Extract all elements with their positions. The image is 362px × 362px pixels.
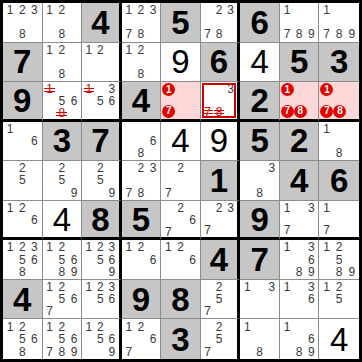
given-digit: 8 [161,280,200,319]
cell-r4c1[interactable]: 16 [3,122,43,162]
candidate: 1 [7,321,14,333]
candidate: 1 [46,4,53,16]
cell-r5c4[interactable]: 2378 [122,161,162,201]
candidate: 3 [227,202,234,214]
cell-r1c9[interactable]: 1789 [319,3,359,43]
pencil-marks: 136 [281,281,318,318]
candidate: 6 [31,333,38,345]
pm-slot: 3 [305,241,317,253]
cell-r2c9[interactable]: 3 [319,43,359,83]
candidate: 9 [109,187,116,199]
pm-slot: 6 [106,95,118,107]
cell-r6c1[interactable]: 126 [3,201,43,241]
candidate: 1 [7,123,14,135]
pm-slot: 2 [16,4,28,16]
pm-slot: 2 [56,241,68,253]
pm-slot: 9 [68,187,80,199]
cell-r4c3[interactable]: 7 [82,122,122,162]
pencil-marks: 267 [162,202,199,237]
cell-r2c6[interactable]: 6 [201,43,241,83]
pm-slot: 7 [320,224,333,236]
pm-slot: 1 [83,83,95,95]
cell-r5c6[interactable]: 1 [201,161,241,201]
candidate: 5 [19,174,26,186]
pencil-marks: 38 [241,162,278,199]
pencil-marks: 12378 [123,4,160,41]
pm-slot: 1 [123,4,135,16]
candidate: 8 [138,147,145,159]
cell-r4c5[interactable]: 4 [161,122,201,162]
candidate: 8 [19,346,26,358]
candidate: 6 [109,95,116,107]
candidate: 5 [97,254,104,266]
pm-slot: 1 [241,281,253,293]
candidate: 9 [109,266,116,278]
candidate: 3 [308,202,315,214]
candidate: 6 [150,135,157,147]
pm-slot: 2 [213,320,225,333]
cell-r6c7[interactable]: 9 [240,201,280,241]
cell-r2c2[interactable]: 128 [43,43,83,83]
pm-slot: 9 [345,28,358,40]
pencil-marks: 5618 [44,83,81,118]
pm-slot: 3 [28,241,40,253]
candidate: 2 [336,241,343,253]
given-digit: 6 [319,161,359,200]
solved-digit: 4 [319,319,359,359]
cell-r7c8[interactable]: 13689 [280,240,320,280]
pm-slot: 5 [16,254,28,266]
pm-slot: 8 [16,345,28,358]
cell-r1c7[interactable]: 6 [240,3,280,43]
eliminated-candidate: 8 [58,107,65,119]
pm-slot: 5 [95,293,107,305]
pm-slot: 7 [162,226,174,238]
cell-r7c4[interactable]: 126 [122,240,162,280]
cell-r9c2[interactable]: 1256789 [43,319,83,359]
given-digit: 4 [280,161,319,200]
pm-slot: 1 [44,83,56,95]
cell-r3c8[interactable]: 178 [280,82,320,122]
pm-slot: 3 [28,4,40,16]
pm-slot: 6 [187,214,199,226]
candidate: 6 [31,214,38,226]
candidate: 7 [323,28,330,40]
candidate: 1 [7,241,14,253]
candidate: 6 [189,254,196,266]
candidate: 2 [58,241,65,253]
pm-slot: 2 [135,320,147,333]
candidate: 8 [138,28,145,40]
pm-slot: 7 [202,106,214,118]
pencil-marks: 128 [44,4,81,41]
pm-slot: 1 [123,44,135,56]
pm-slot: 2 [135,162,147,174]
pencil-marks: 17 [320,202,358,237]
candidate: 8 [58,346,65,358]
pm-slot: 1 [44,4,56,16]
pm-slot: 7 [202,224,214,236]
pm-slot: 6 [68,95,80,107]
given-digit: 7 [82,122,119,161]
cell-r9c8[interactable]: 1689 [280,319,320,359]
candidate: 5 [97,95,104,107]
candidate: 2 [97,44,104,56]
candidate: 6 [109,254,116,266]
pm-slot: 3 [147,162,159,174]
cell-r7c7[interactable]: 7 [240,240,280,280]
cell-r9c9[interactable]: 4 [319,319,359,359]
pencil-marks: 13689 [281,241,318,278]
eliminated-candidate: 1 [46,83,53,95]
highlighted-candidate: 1 [320,83,333,96]
candidate: 7 [125,187,132,199]
given-digit: 7 [3,43,42,82]
pencil-marks: 18 [320,123,358,160]
candidate: 9 [308,28,315,40]
cell-r5c1[interactable]: 25 [3,161,43,201]
pm-slot: 6 [187,254,199,266]
candidate: 3 [31,241,38,253]
cell-r3c3[interactable]: 3561 [82,82,122,122]
cell-r4c6[interactable]: 9 [201,122,241,162]
pm-slot: 6 [147,254,159,266]
cell-r1c1[interactable]: 1238 [3,3,43,43]
candidate: 6 [109,293,116,305]
pencil-marks: 17 [162,83,199,118]
pm-slot: 6 [28,333,40,346]
candidate: 8 [58,28,65,40]
cell-r1c5[interactable]: 5 [161,3,201,43]
candidate: 3 [31,4,38,16]
cell-r3c4[interactable]: 4 [122,82,162,122]
pm-slot: 5 [95,333,107,346]
cell-r5c8[interactable]: 4 [280,161,320,201]
cell-r7c2[interactable]: 125689 [43,240,83,280]
candidate: 1 [125,4,132,16]
pencil-marks: 12356 [83,281,118,318]
candidate: 1 [46,44,53,56]
pm-slot: 7 [281,224,293,236]
cell-r9c5[interactable]: 3 [161,319,201,359]
cell-r2c1[interactable]: 7 [3,43,43,83]
cell-r6c2[interactable]: 4 [43,201,83,241]
cell-r7c6[interactable]: 4 [201,240,241,280]
pencil-marks: 378 [202,83,237,118]
cell-r9c4[interactable]: 1267 [122,319,162,359]
pencil-marks: 1789 [320,4,358,41]
candidate: 9 [71,266,78,278]
candidate: 6 [71,333,78,345]
cell-r1c6[interactable]: 2378 [201,3,241,43]
pm-slot: 1 [281,281,293,293]
cell-r1c4[interactable]: 12378 [122,3,162,43]
candidate: 3 [150,162,157,174]
cell-r4c4[interactable]: 68 [122,122,162,162]
candidate: 2 [138,162,145,174]
candidate: 3 [308,241,315,253]
pm-slot: 1 [162,83,175,96]
solved-digit: 4 [240,43,279,82]
candidate: 7 [204,305,211,317]
cell-r1c3[interactable]: 4 [82,3,122,43]
highlighted-candidate: 1 [162,83,175,96]
pm-slot: 8 [56,266,68,278]
candidate: 6 [150,333,157,345]
candidate: 6 [308,333,315,345]
candidate: 5 [216,333,223,345]
pm-slot: 1 [44,44,56,56]
candidate: 5 [58,174,65,186]
eliminated-candidate: 1 [86,83,93,95]
pm-slot: 2 [95,320,107,333]
pm-slot: 6 [147,333,159,346]
solved-digit: 9 [201,122,238,161]
cell-r8c4[interactable]: 9 [122,280,162,320]
cell-r3c7[interactable]: 2 [240,82,280,122]
candidate: 2 [58,321,65,333]
pm-slot: 3 [106,241,118,253]
pm-slot: 7 [44,345,56,358]
cell-r3c1[interactable]: 9 [3,82,43,122]
cell-r6c5[interactable]: 267 [161,201,201,241]
pm-slot: 8 [56,345,68,358]
candidate: 2 [97,321,104,333]
cell-r7c3[interactable]: 123569 [82,240,122,280]
pencil-marks: 68 [123,123,160,160]
pm-slot: 5 [95,174,107,186]
candidate: 5 [58,333,65,345]
cell-r5c5[interactable]: 27 [161,161,201,201]
candidate: 1 [284,4,291,16]
pm-slot: 6 [305,293,317,305]
candidate: 5 [19,333,26,345]
pencil-marks: 1267 [123,320,160,358]
candidate: 6 [308,293,315,305]
pm-slot: 7 [202,305,214,317]
pm-slot: 5 [16,174,28,186]
pencil-marks: 257 [202,320,237,358]
cell-r2c7[interactable]: 4 [240,43,280,83]
candidate: 2 [216,4,223,16]
pm-slot: 1 [83,281,95,293]
cell-r6c3[interactable]: 8 [82,201,122,241]
pm-slot: 5 [56,174,68,186]
cell-r8c7[interactable]: 13 [240,280,280,320]
candidate: 2 [97,241,104,253]
cell-r3c9[interactable]: 178 [319,82,359,122]
cell-r7c9[interactable]: 12589 [319,240,359,280]
cell-r3c6[interactable]: 378 [201,82,241,122]
highlighted-candidate: 8 [294,105,307,118]
cell-r7c1[interactable]: 123568 [3,240,43,280]
pencil-marks: 126 [123,241,160,278]
candidate: 1 [323,4,330,16]
pencil-marks: 12568 [4,320,41,358]
pm-slot: 6 [28,135,40,147]
pencil-marks: 16 [4,123,41,160]
candidate: 1 [125,44,132,56]
pm-slot: 1 [320,202,333,214]
pm-slot: 8 [254,345,266,358]
cell-r1c2[interactable]: 128 [43,3,83,43]
given-digit: 1 [201,161,238,200]
cell-r8c2[interactable]: 12567 [43,280,83,320]
candidate: 2 [138,241,145,253]
cell-r8c6[interactable]: 257 [201,280,241,320]
pm-slot: 9 [345,266,358,278]
pm-slot: 1 [4,320,16,333]
candidate: 8 [336,266,343,278]
given-digit: 5 [240,122,279,161]
cell-r2c5[interactable]: 9 [161,43,201,83]
given-digit: 3 [43,122,82,161]
candidate: 1 [46,241,53,253]
pm-slot: 2 [174,162,186,174]
cell-r5c2[interactable]: 259 [43,161,83,201]
given-digit: 8 [82,201,119,238]
cell-r5c3[interactable]: 259 [82,161,122,201]
pm-slot: 1 [123,320,135,333]
cell-r6c4[interactable]: 5 [122,201,162,241]
candidate: 6 [71,95,78,107]
pm-slot: 7 [281,28,293,40]
candidate: 8 [58,266,65,278]
solved-digit: 4 [43,201,82,238]
pm-slot: 7 [123,345,135,358]
candidate: 7 [165,226,172,238]
pm-slot: 8 [294,105,307,118]
candidate: 1 [284,241,291,253]
pm-slot: 7 [320,28,333,40]
given-digit: 4 [3,280,42,319]
cell-r6c6[interactable]: 237 [201,201,241,241]
candidate: 3 [268,281,275,293]
pm-slot: 1 [44,320,56,333]
candidate: 2 [58,162,65,174]
candidate: 1 [323,281,330,293]
candidate: 1 [244,281,251,293]
pm-slot: 3 [225,202,237,214]
candidate: 2 [19,162,26,174]
pencil-marks: 128 [44,44,81,81]
cell-r4c8[interactable]: 2 [280,122,320,162]
candidate: 9 [348,266,355,278]
candidate: 1 [125,241,132,253]
candidate: 7 [46,346,53,358]
pencil-marks: 257 [202,281,237,318]
cell-r7c5[interactable]: 126 [161,240,201,280]
pencil-marks: 259 [44,162,81,199]
pm-slot: 8 [333,105,346,118]
cell-r9c3[interactable]: 12569 [82,319,122,359]
given-digit: 6 [201,43,238,82]
candidate: 8 [138,68,145,80]
pm-slot: 1 [281,241,293,253]
cell-r6c8[interactable]: 137 [280,201,320,241]
cell-r6c9[interactable]: 17 [319,201,359,241]
cell-r5c9[interactable]: 6 [319,161,359,201]
pm-slot: 6 [28,214,40,226]
pencil-marks: 126 [162,241,199,278]
cell-r8c5[interactable]: 8 [161,280,201,320]
cell-r2c8[interactable]: 5 [280,43,320,83]
cell-r8c1[interactable]: 4 [3,280,43,320]
pencil-marks: 123568 [4,241,41,278]
pm-slot: 5 [56,254,68,266]
cell-r2c3[interactable]: 12 [82,43,122,83]
cell-r1c8[interactable]: 1789 [280,3,320,43]
pm-slot: 9 [305,266,317,278]
pm-slot: 2 [56,4,68,16]
pm-slot: 1 [320,4,333,16]
pencil-marks: 2378 [202,4,237,41]
cell-r2c4[interactable]: 128 [122,43,162,83]
candidate: 5 [336,254,343,266]
candidate: 9 [71,187,78,199]
pm-slot: 2 [333,241,346,253]
cell-r3c2[interactable]: 5618 [43,82,83,122]
cell-r5c7[interactable]: 38 [240,161,280,201]
pencil-marks: 18 [241,320,278,358]
cell-r4c9[interactable]: 18 [319,122,359,162]
pm-slot: 1 [44,281,56,293]
cell-r3c5[interactable]: 17 [161,82,201,122]
pm-slot: 1 [4,4,16,16]
pm-slot: 5 [213,293,225,305]
sudoku-board: 1238128412378523786178917897128121289645… [0,0,362,362]
candidate: 8 [296,28,303,40]
candidate: 1 [125,321,132,333]
cell-r8c8[interactable]: 136 [280,280,320,320]
pm-slot: 8 [16,266,28,278]
pencil-marks: 12589 [320,241,358,278]
candidate: 5 [97,293,104,305]
pm-slot: 7 [202,28,214,40]
candidate: 1 [46,321,53,333]
cell-r4c7[interactable]: 5 [240,122,280,162]
pm-slot: 1 [320,281,333,293]
candidate: 2 [138,4,145,16]
cell-r4c2[interactable]: 3 [43,122,83,162]
cell-r8c9[interactable]: 125 [319,280,359,320]
pm-slot: 2 [213,4,225,16]
pm-slot: 8 [254,187,266,199]
pm-slot: 1 [281,320,293,333]
given-digit: 4 [82,3,119,42]
cell-r9c7[interactable]: 18 [240,319,280,359]
pm-slot: 8 [56,107,68,119]
given-digit: 7 [240,240,279,279]
candidate: 1 [165,241,172,253]
pencil-marks: 3561 [83,83,118,118]
candidate: 6 [150,254,157,266]
pencil-marks: 125 [320,281,358,318]
given-digit: 4 [201,240,238,279]
candidate: 9 [71,346,78,358]
cell-r8c3[interactable]: 12356 [82,280,122,320]
cell-r9c6[interactable]: 257 [201,319,241,359]
pm-slot: 7 [202,345,214,358]
cell-r9c1[interactable]: 12568 [3,319,43,359]
pm-slot: 3 [147,4,159,16]
pm-slot: 1 [4,202,16,214]
pm-slot: 9 [68,345,80,358]
pm-slot: 8 [293,345,305,358]
highlighted-candidate: 7 [162,105,175,118]
candidate: 2 [336,281,343,293]
pm-slot: 8 [135,28,147,40]
